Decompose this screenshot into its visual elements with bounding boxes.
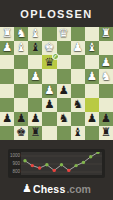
square-c6[interactable]: ♞ bbox=[71, 98, 85, 112]
square-c3[interactable] bbox=[71, 55, 85, 69]
square-a1[interactable]: ♜ bbox=[99, 27, 113, 41]
rating-graph-panel: 1000900800 bbox=[8, 149, 105, 178]
black-pawn[interactable]: ♟ bbox=[85, 112, 99, 126]
black-pawn[interactable]: ♟ bbox=[57, 84, 71, 98]
white-rook[interactable]: ♜ bbox=[99, 27, 113, 41]
white-bishop[interactable]: ♝ bbox=[85, 41, 99, 55]
square-h4[interactable] bbox=[0, 69, 14, 83]
white-pawn[interactable]: ♟ bbox=[71, 41, 85, 55]
black-knight[interactable]: ♞ bbox=[57, 112, 71, 126]
square-h7[interactable]: ♟ bbox=[0, 112, 14, 126]
brand-name: Chess bbox=[33, 183, 66, 195]
rating-point-win bbox=[74, 164, 77, 167]
black-bishop[interactable]: ♝ bbox=[71, 126, 85, 140]
rating-point-win bbox=[45, 163, 48, 166]
white-pawn[interactable]: ♟ bbox=[0, 41, 14, 55]
square-d6[interactable] bbox=[57, 98, 71, 112]
square-g4[interactable] bbox=[14, 69, 28, 83]
square-f5[interactable] bbox=[28, 84, 42, 98]
square-f4[interactable]: ♟ bbox=[28, 69, 42, 83]
square-g1[interactable]: ♞ bbox=[14, 27, 28, 41]
square-b6[interactable] bbox=[85, 98, 99, 112]
rating-point-win bbox=[82, 161, 85, 164]
square-b7[interactable]: ♟ bbox=[85, 112, 99, 126]
rating-point-win bbox=[60, 163, 63, 166]
rating-line bbox=[25, 152, 98, 170]
square-c8[interactable]: ♝ bbox=[71, 126, 85, 140]
square-e6[interactable]: ♟ bbox=[42, 98, 56, 112]
square-d2[interactable] bbox=[57, 41, 71, 55]
white-pawn[interactable]: ♟ bbox=[85, 69, 99, 83]
square-e1[interactable] bbox=[42, 27, 56, 41]
rating-point-win bbox=[23, 159, 26, 162]
y-tick-label: 1000 bbox=[9, 154, 20, 159]
square-g3[interactable] bbox=[14, 55, 28, 69]
square-e7[interactable] bbox=[42, 112, 56, 126]
rating-point-loss bbox=[31, 164, 34, 167]
black-pawn[interactable]: ♟ bbox=[14, 112, 28, 126]
square-e8[interactable] bbox=[42, 126, 56, 140]
rating-point-loss bbox=[53, 169, 56, 172]
rating-point-win bbox=[96, 152, 99, 154]
rating-point-win bbox=[89, 155, 92, 158]
footer-logo[interactable]: ♟ Chess .com bbox=[0, 181, 113, 196]
square-b4[interactable]: ♟ bbox=[85, 69, 99, 83]
page-title: OPLOSSEN bbox=[20, 8, 92, 20]
square-d8[interactable] bbox=[57, 126, 71, 140]
square-a8[interactable]: ♜ bbox=[99, 126, 113, 140]
square-h1[interactable]: ♜ bbox=[0, 27, 14, 41]
square-c7[interactable] bbox=[71, 112, 85, 126]
square-e5[interactable]: ♟ bbox=[42, 84, 56, 98]
square-g2[interactable]: ♝ bbox=[14, 41, 28, 55]
square-f8[interactable]: ♜ bbox=[28, 126, 42, 140]
square-f7[interactable]: ♟ bbox=[28, 112, 42, 126]
y-tick-label: 800 bbox=[9, 170, 20, 175]
square-h3[interactable] bbox=[0, 55, 14, 69]
white-pawn[interactable]: ♟ bbox=[28, 69, 42, 83]
square-f2[interactable]: ♝ bbox=[28, 41, 42, 55]
white-rook[interactable]: ♜ bbox=[0, 27, 14, 41]
rating-plot bbox=[21, 152, 102, 175]
white-pawn[interactable]: ♟ bbox=[99, 55, 113, 69]
square-a3[interactable]: ♟ bbox=[99, 55, 113, 69]
square-g7[interactable]: ♟ bbox=[14, 112, 28, 126]
correct-move-badge: ✓ bbox=[52, 53, 59, 60]
black-king[interactable]: ♚ bbox=[14, 126, 28, 140]
square-d1[interactable]: ♛ bbox=[57, 27, 71, 41]
square-g5[interactable] bbox=[14, 84, 28, 98]
square-h2[interactable]: ♟ bbox=[0, 41, 14, 55]
rating-line-chart bbox=[21, 152, 102, 175]
white-knight[interactable]: ♞ bbox=[99, 69, 113, 83]
black-bishop[interactable]: ♝ bbox=[28, 41, 42, 55]
black-knight[interactable]: ♞ bbox=[71, 98, 85, 112]
square-d7[interactable]: ♞ bbox=[57, 112, 71, 126]
rating-point-loss bbox=[38, 166, 41, 169]
black-pawn[interactable]: ♟ bbox=[0, 112, 14, 126]
square-d5[interactable]: ♟ bbox=[57, 84, 71, 98]
square-h6[interactable] bbox=[0, 98, 14, 112]
square-f6[interactable] bbox=[28, 98, 42, 112]
square-c1[interactable] bbox=[71, 27, 85, 41]
rating-point-loss bbox=[67, 169, 70, 172]
white-bishop[interactable]: ♝ bbox=[14, 41, 28, 55]
white-pawn[interactable]: ♟ bbox=[42, 84, 56, 98]
square-h8[interactable] bbox=[0, 126, 14, 140]
square-a7[interactable]: ♟ bbox=[99, 112, 113, 126]
square-c4[interactable] bbox=[71, 69, 85, 83]
square-a6[interactable] bbox=[99, 98, 113, 112]
black-rook[interactable]: ♜ bbox=[28, 126, 42, 140]
square-h5[interactable] bbox=[0, 84, 14, 98]
square-b8[interactable] bbox=[85, 126, 99, 140]
white-bishop[interactable]: ♝ bbox=[28, 27, 42, 41]
brand-tld: .com bbox=[66, 183, 91, 195]
chess-board[interactable]: ♜♞♝♛♜♟♝♝♚♟♝♛♟♟♟♞♟♟♟♞♟♟♟♞♟♟♚♜♝♜✓ bbox=[0, 27, 113, 140]
square-d3[interactable] bbox=[57, 55, 71, 69]
square-c2[interactable]: ♟ bbox=[71, 41, 85, 55]
white-knight[interactable]: ♞ bbox=[14, 27, 28, 41]
title-bar: OPLOSSEN bbox=[0, 0, 113, 27]
square-g6[interactable] bbox=[14, 98, 28, 112]
square-f1[interactable]: ♝ bbox=[28, 27, 42, 41]
square-b3[interactable] bbox=[85, 55, 99, 69]
square-d4[interactable] bbox=[57, 69, 71, 83]
square-a4[interactable]: ♞ bbox=[99, 69, 113, 83]
chesscom-pawn-icon: ♟ bbox=[22, 183, 32, 194]
square-g8[interactable]: ♚ bbox=[14, 126, 28, 140]
square-a5[interactable] bbox=[99, 84, 113, 98]
square-a2[interactable] bbox=[99, 41, 113, 55]
square-b5[interactable] bbox=[85, 84, 99, 98]
square-c5[interactable] bbox=[71, 84, 85, 98]
black-pawn[interactable]: ♟ bbox=[99, 112, 113, 126]
square-b2[interactable]: ♝ bbox=[85, 41, 99, 55]
square-b1[interactable] bbox=[85, 27, 99, 41]
y-tick-label: 900 bbox=[9, 162, 20, 167]
black-pawn[interactable]: ♟ bbox=[42, 98, 56, 112]
square-f3[interactable] bbox=[28, 55, 42, 69]
black-pawn[interactable]: ♟ bbox=[28, 112, 42, 126]
square-e4[interactable] bbox=[42, 69, 56, 83]
white-queen[interactable]: ♛ bbox=[57, 27, 71, 41]
black-rook[interactable]: ♜ bbox=[99, 126, 113, 140]
